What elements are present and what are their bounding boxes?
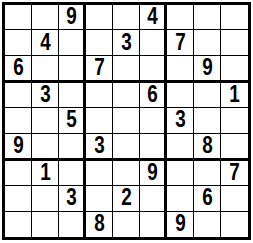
cell-r6c5[interactable] bbox=[113, 134, 140, 161]
given-digit: 3 bbox=[175, 108, 185, 132]
cell-r5c8[interactable] bbox=[194, 108, 221, 133]
cell-r6c4[interactable]: 3 bbox=[86, 134, 113, 161]
cell-r5c1[interactable] bbox=[5, 108, 32, 133]
cell-r7c4[interactable] bbox=[86, 161, 113, 186]
cell-r8c7[interactable] bbox=[167, 186, 194, 211]
given-digit: 6 bbox=[13, 56, 23, 80]
cell-r6c3[interactable] bbox=[59, 134, 86, 161]
cell-r3c9[interactable] bbox=[221, 56, 248, 83]
cell-r6c2[interactable] bbox=[32, 134, 59, 161]
given-digit: 7 bbox=[175, 31, 185, 55]
cell-r1c2[interactable] bbox=[32, 5, 59, 30]
cell-r6c1[interactable]: 9 bbox=[5, 134, 32, 161]
given-digit: 1 bbox=[40, 161, 50, 185]
cell-r4c1[interactable] bbox=[5, 83, 32, 108]
cell-r2c6[interactable] bbox=[140, 30, 167, 55]
cell-r7c2[interactable]: 1 bbox=[32, 161, 59, 186]
given-digit: 2 bbox=[121, 186, 131, 210]
cell-r8c5[interactable]: 2 bbox=[113, 186, 140, 211]
cell-r2c7[interactable]: 7 bbox=[167, 30, 194, 55]
given-digit: 3 bbox=[40, 83, 50, 107]
given-digit: 7 bbox=[94, 56, 104, 80]
cell-r4c7[interactable] bbox=[167, 83, 194, 108]
cell-r8c4[interactable] bbox=[86, 186, 113, 211]
given-digit: 5 bbox=[66, 108, 76, 132]
cell-r2c8[interactable] bbox=[194, 30, 221, 55]
cell-r7c7[interactable] bbox=[167, 161, 194, 186]
cell-r5c9[interactable] bbox=[221, 108, 248, 133]
given-digit: 9 bbox=[66, 5, 76, 29]
given-digit: 3 bbox=[94, 134, 104, 158]
cell-r3c6[interactable] bbox=[140, 56, 167, 83]
cell-r2c3[interactable] bbox=[59, 30, 86, 55]
given-digit: 9 bbox=[147, 161, 157, 185]
cell-r3c2[interactable] bbox=[32, 56, 59, 83]
cell-r6c6[interactable] bbox=[140, 134, 167, 161]
cell-r1c7[interactable] bbox=[167, 5, 194, 30]
cell-r2c2[interactable]: 4 bbox=[32, 30, 59, 55]
cell-r1c8[interactable] bbox=[194, 5, 221, 30]
cell-r5c6[interactable] bbox=[140, 108, 167, 133]
cell-r2c4[interactable] bbox=[86, 30, 113, 55]
given-digit: 3 bbox=[66, 186, 76, 210]
cell-r5c3[interactable]: 5 bbox=[59, 108, 86, 133]
cell-r9c8[interactable] bbox=[194, 212, 221, 237]
cell-r4c9[interactable]: 1 bbox=[221, 83, 248, 108]
given-digit: 7 bbox=[229, 161, 239, 185]
cell-r8c8[interactable]: 6 bbox=[194, 186, 221, 211]
cell-r9c1[interactable] bbox=[5, 212, 32, 237]
cell-r8c6[interactable] bbox=[140, 186, 167, 211]
given-digit: 8 bbox=[202, 134, 212, 158]
cell-r8c2[interactable] bbox=[32, 186, 59, 211]
cell-r3c4[interactable]: 7 bbox=[86, 56, 113, 83]
sudoku-board: 944376793615393819732689 bbox=[2, 2, 251, 240]
cell-r3c8[interactable]: 9 bbox=[194, 56, 221, 83]
given-digit: 6 bbox=[147, 83, 157, 107]
cell-r3c1[interactable]: 6 bbox=[5, 56, 32, 83]
cell-r3c7[interactable] bbox=[167, 56, 194, 83]
cell-r9c5[interactable] bbox=[113, 212, 140, 237]
cell-r9c4[interactable]: 8 bbox=[86, 212, 113, 237]
given-digit: 9 bbox=[13, 134, 23, 158]
cell-r2c1[interactable] bbox=[5, 30, 32, 55]
cell-r1c1[interactable] bbox=[5, 5, 32, 30]
cell-r6c9[interactable] bbox=[221, 134, 248, 161]
cell-r1c4[interactable] bbox=[86, 5, 113, 30]
cell-r6c7[interactable] bbox=[167, 134, 194, 161]
given-digit: 1 bbox=[229, 83, 239, 107]
cell-r7c9[interactable]: 7 bbox=[221, 161, 248, 186]
cell-r2c9[interactable] bbox=[221, 30, 248, 55]
given-digit: 6 bbox=[202, 186, 212, 210]
cell-r4c2[interactable]: 3 bbox=[32, 83, 59, 108]
cell-r8c3[interactable]: 3 bbox=[59, 186, 86, 211]
given-digit: 9 bbox=[175, 212, 185, 236]
cell-r7c5[interactable] bbox=[113, 161, 140, 186]
given-digit: 4 bbox=[40, 31, 50, 55]
sudoku-page: 944376793615393819732689 bbox=[0, 0, 253, 240]
cell-r9c2[interactable] bbox=[32, 212, 59, 237]
cell-r7c8[interactable] bbox=[194, 161, 221, 186]
given-digit: 9 bbox=[202, 56, 212, 80]
cell-r8c9[interactable] bbox=[221, 186, 248, 211]
cell-r5c5[interactable] bbox=[113, 108, 140, 133]
cell-r5c4[interactable] bbox=[86, 108, 113, 133]
cell-r4c6[interactable]: 6 bbox=[140, 83, 167, 108]
cell-r6c8[interactable]: 8 bbox=[194, 134, 221, 161]
cell-r7c1[interactable] bbox=[5, 161, 32, 186]
cell-r9c9[interactable] bbox=[221, 212, 248, 237]
cell-r2c5[interactable]: 3 bbox=[113, 30, 140, 55]
cell-r1c6[interactable]: 4 bbox=[140, 5, 167, 30]
cell-r3c3[interactable] bbox=[59, 56, 86, 83]
given-digit: 3 bbox=[121, 31, 131, 55]
given-digit: 8 bbox=[94, 212, 104, 236]
cell-r9c7[interactable]: 9 bbox=[167, 212, 194, 237]
cell-r4c3[interactable] bbox=[59, 83, 86, 108]
cell-r4c8[interactable] bbox=[194, 83, 221, 108]
cell-r4c4[interactable] bbox=[86, 83, 113, 108]
cell-r5c2[interactable] bbox=[32, 108, 59, 133]
cell-r9c3[interactable] bbox=[59, 212, 86, 237]
cell-r9c6[interactable] bbox=[140, 212, 167, 237]
cell-r1c3[interactable]: 9 bbox=[59, 5, 86, 30]
cell-r4c5[interactable] bbox=[113, 83, 140, 108]
cell-r1c9[interactable] bbox=[221, 5, 248, 30]
given-digit: 4 bbox=[147, 5, 157, 29]
cell-r1c5[interactable] bbox=[113, 5, 140, 30]
cell-r5c7[interactable]: 3 bbox=[167, 108, 194, 133]
cell-r8c1[interactable] bbox=[5, 186, 32, 211]
cell-r3c5[interactable] bbox=[113, 56, 140, 83]
cell-r7c6[interactable]: 9 bbox=[140, 161, 167, 186]
cell-r7c3[interactable] bbox=[59, 161, 86, 186]
